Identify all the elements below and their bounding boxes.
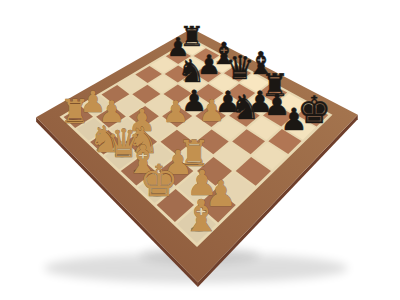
piece-white-p-d4[interactable]: ♟ [163, 94, 190, 129]
piece-white-b-h1[interactable]: ♝ [182, 191, 221, 241]
piece-black-n-f6[interactable]: ♞ [230, 88, 260, 127]
piece-white-p-e5[interactable]: ♟ [199, 93, 226, 128]
piece-black-q-d8[interactable]: ♛ [225, 49, 254, 87]
piece-white-k-f1[interactable]: ♚ [139, 156, 178, 206]
chess-board: ♜♟♝♝♟♛♞♜♟♟♟♟♟♞♟♟♟♚♜♟♟♞♞♛♜♝♟♟♚♟♝ [0, 0, 400, 300]
chessboard-photo: ♜♟♝♝♟♛♞♜♟♟♟♟♟♞♟♟♟♚♜♟♟♞♞♛♜♝♟♟♚♟♝ [0, 0, 400, 300]
photo-canvas: ♜♟♝♝♟♛♞♜♟♟♟♟♟♞♟♟♟♚♜♟♟♞♞♛♜♝♟♟♚♟♝ [0, 0, 400, 300]
piece-white-r-a1[interactable]: ♜ [60, 92, 90, 131]
piece-black-p-h7[interactable]: ♟ [280, 102, 307, 137]
